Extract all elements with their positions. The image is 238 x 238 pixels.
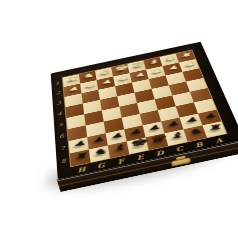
photo-canvas: 12345678 HGFEDCBA ♜♞♝♚♛♝♞♜♟♟♟♟♟♟♟♟♟♟♟♟♟♟…	[0, 0, 238, 238]
chess-box: 12345678 HGFEDCBA ♜♞♝♚♛♝♞♜♟♟♟♟♟♟♟♟♟♟♟♟♟♟…	[51, 42, 238, 180]
rank-label: 5	[55, 118, 67, 132]
square	[70, 149, 91, 166]
rank-label: 6	[56, 129, 68, 143]
square	[89, 145, 110, 162]
rank-label: 7	[56, 141, 68, 156]
scene: 12345678 HGFEDCBA ♜♞♝♚♛♝♞♜♟♟♟♟♟♟♟♟♟♟♟♟♟♟…	[0, 0, 238, 238]
square	[202, 121, 226, 137]
pieces-layer: ♜♞♝♚♛♝♞♜♟♟♟♟♟♟♟♟♟♟♟♟♟♟♟♟♜♞♝♚♛♝♞♜	[51, 42, 201, 74]
square	[108, 141, 130, 158]
rank-label: 8	[57, 154, 70, 170]
